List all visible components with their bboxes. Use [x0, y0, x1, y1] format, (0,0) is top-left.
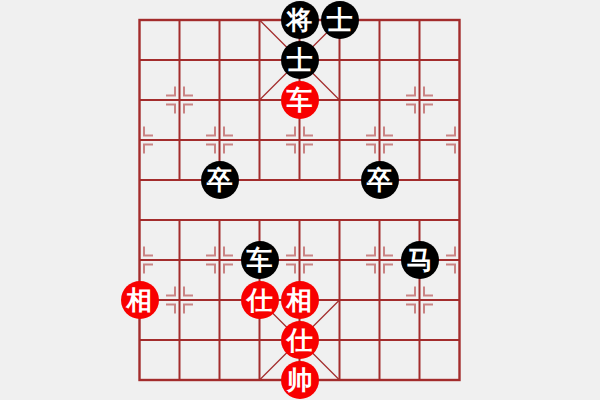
black-horse[interactable]: 马 [401, 241, 439, 279]
board-point-4-7: 相 [280, 280, 320, 320]
red-advisor[interactable]: 仕 [281, 321, 319, 359]
board-point-4-0: 将 [280, 0, 320, 40]
black-soldier[interactable]: 卒 [201, 161, 239, 199]
red-king[interactable]: 帅 [281, 361, 319, 399]
board-point-0-7: 相 [120, 280, 160, 320]
black-general[interactable]: 将 [281, 1, 319, 39]
board-point-3-7: 仕 [240, 280, 280, 320]
board-point-5-0: 士 [320, 0, 360, 40]
red-elephant[interactable]: 相 [281, 281, 319, 319]
black-advisor[interactable]: 士 [321, 1, 359, 39]
board-point-4-9: 帅 [280, 360, 320, 400]
black-advisor[interactable]: 士 [281, 41, 319, 79]
black-soldier[interactable]: 卒 [361, 161, 399, 199]
xiangqi-board[interactable]: 将士士车卒卒车马相仕相仕帅 [0, 0, 600, 400]
board-point-2-4: 卒 [200, 160, 240, 200]
red-advisor[interactable]: 仕 [241, 281, 279, 319]
black-chariot[interactable]: 车 [241, 241, 279, 279]
board-point-3-6: 车 [240, 240, 280, 280]
board-point-4-8: 仕 [280, 320, 320, 360]
board-point-4-2: 车 [280, 80, 320, 120]
piece-grid: 将士士车卒卒车马相仕相仕帅 [120, 0, 480, 400]
red-chariot[interactable]: 车 [281, 81, 319, 119]
board-point-7-6: 马 [400, 240, 440, 280]
red-elephant[interactable]: 相 [121, 281, 159, 319]
board-point-4-1: 士 [280, 40, 320, 80]
board-point-6-4: 卒 [360, 160, 400, 200]
